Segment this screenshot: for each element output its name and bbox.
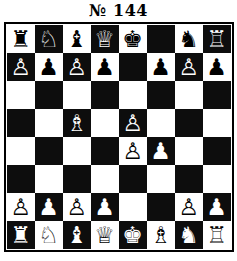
square-h5 xyxy=(203,109,231,137)
square-d6 xyxy=(91,81,119,109)
square-c1: ♝ xyxy=(63,221,91,249)
square-d3 xyxy=(91,165,119,193)
square-b6 xyxy=(35,81,63,109)
square-d7: ♟ xyxy=(91,53,119,81)
black-knight-g8: ♞ xyxy=(178,25,199,53)
square-f4: ♟ xyxy=(147,137,175,165)
black-bishop-c8: ♝ xyxy=(66,25,87,53)
white-pawn-b2: ♟ xyxy=(38,193,59,221)
square-g8: ♞ xyxy=(175,25,203,53)
square-e7 xyxy=(119,53,147,81)
square-f5 xyxy=(147,109,175,137)
black-queen-d8: ♕ xyxy=(94,25,115,53)
square-a4 xyxy=(7,137,35,165)
chessboard-frame: ♜♘♝♕♚♞♖♙♟♙♟♟♙♟♗♙♙♟♙♟♙♟♙♟♜♘♝♕♚♗♞♖ xyxy=(4,22,234,252)
white-bishop-f1: ♗ xyxy=(150,221,171,249)
black-pawn-h7: ♟ xyxy=(206,53,227,81)
white-pawn-d2: ♟ xyxy=(94,193,115,221)
black-pawn-c7: ♙ xyxy=(66,53,87,81)
black-pawn-g7: ♙ xyxy=(178,53,199,81)
black-pawn-f7: ♟ xyxy=(150,53,171,81)
square-e1: ♚ xyxy=(119,221,147,249)
square-a7: ♙ xyxy=(7,53,35,81)
square-b3 xyxy=(35,165,63,193)
square-e3 xyxy=(119,165,147,193)
black-pawn-e5: ♙ xyxy=(122,109,143,137)
square-g3 xyxy=(175,165,203,193)
square-c4 xyxy=(63,137,91,165)
square-a5 xyxy=(7,109,35,137)
white-king-e1: ♚ xyxy=(122,221,143,249)
white-pawn-c2: ♙ xyxy=(66,193,87,221)
square-h2: ♟ xyxy=(203,193,231,221)
diagram-page: № 144 ♜♘♝♕♚♞♖♙♟♙♟♟♙♟♗♙♙♟♙♟♙♟♙♟♜♘♝♕♚♗♞♖ xyxy=(0,0,237,261)
square-f8 xyxy=(147,25,175,53)
square-h1: ♖ xyxy=(203,221,231,249)
square-f7: ♟ xyxy=(147,53,175,81)
white-pawn-h2: ♟ xyxy=(206,193,227,221)
square-f6 xyxy=(147,81,175,109)
black-bishop-c5: ♗ xyxy=(66,109,87,137)
chessboard: ♜♘♝♕♚♞♖♙♟♙♟♟♙♟♗♙♙♟♙♟♙♟♙♟♜♘♝♕♚♗♞♖ xyxy=(7,25,231,249)
square-d1: ♕ xyxy=(91,221,119,249)
square-c8: ♝ xyxy=(63,25,91,53)
square-c3 xyxy=(63,165,91,193)
square-b1: ♘ xyxy=(35,221,63,249)
square-g5 xyxy=(175,109,203,137)
square-c2: ♙ xyxy=(63,193,91,221)
white-queen-d1: ♕ xyxy=(94,221,115,249)
square-c5: ♗ xyxy=(63,109,91,137)
square-e4: ♙ xyxy=(119,137,147,165)
square-f3 xyxy=(147,165,175,193)
square-a3 xyxy=(7,165,35,193)
square-f2 xyxy=(147,193,175,221)
square-b8: ♘ xyxy=(35,25,63,53)
square-e6 xyxy=(119,81,147,109)
black-rook-h8: ♖ xyxy=(206,25,227,53)
square-a1: ♜ xyxy=(7,221,35,249)
square-e2 xyxy=(119,193,147,221)
white-pawn-g2: ♙ xyxy=(178,193,199,221)
square-h4 xyxy=(203,137,231,165)
square-h8: ♖ xyxy=(203,25,231,53)
square-g4 xyxy=(175,137,203,165)
diagram-number-title: № 144 xyxy=(0,0,237,21)
square-h3 xyxy=(203,165,231,193)
square-c6 xyxy=(63,81,91,109)
square-a8: ♜ xyxy=(7,25,35,53)
white-rook-h1: ♖ xyxy=(206,221,227,249)
square-d2: ♟ xyxy=(91,193,119,221)
square-c7: ♙ xyxy=(63,53,91,81)
square-b4 xyxy=(35,137,63,165)
square-e8: ♚ xyxy=(119,25,147,53)
black-rook-a8: ♜ xyxy=(10,25,31,53)
white-pawn-f4: ♟ xyxy=(150,137,171,165)
square-b2: ♟ xyxy=(35,193,63,221)
white-knight-g1: ♞ xyxy=(178,221,199,249)
black-knight-b8: ♘ xyxy=(38,25,59,53)
square-h7: ♟ xyxy=(203,53,231,81)
square-g6 xyxy=(175,81,203,109)
square-d8: ♕ xyxy=(91,25,119,53)
white-rook-a1: ♜ xyxy=(10,221,31,249)
white-pawn-e4: ♙ xyxy=(122,137,143,165)
square-g7: ♙ xyxy=(175,53,203,81)
square-d5 xyxy=(91,109,119,137)
black-pawn-a7: ♙ xyxy=(10,53,31,81)
square-b7: ♟ xyxy=(35,53,63,81)
square-h6 xyxy=(203,81,231,109)
square-a6 xyxy=(7,81,35,109)
white-pawn-a2: ♙ xyxy=(10,193,31,221)
black-pawn-d7: ♟ xyxy=(94,53,115,81)
black-king-e8: ♚ xyxy=(122,25,143,53)
square-g1: ♞ xyxy=(175,221,203,249)
square-f1: ♗ xyxy=(147,221,175,249)
square-b5 xyxy=(35,109,63,137)
white-bishop-c1: ♝ xyxy=(66,221,87,249)
square-a2: ♙ xyxy=(7,193,35,221)
square-d4 xyxy=(91,137,119,165)
square-g2: ♙ xyxy=(175,193,203,221)
white-knight-b1: ♘ xyxy=(38,221,59,249)
black-pawn-b7: ♟ xyxy=(38,53,59,81)
square-e5: ♙ xyxy=(119,109,147,137)
